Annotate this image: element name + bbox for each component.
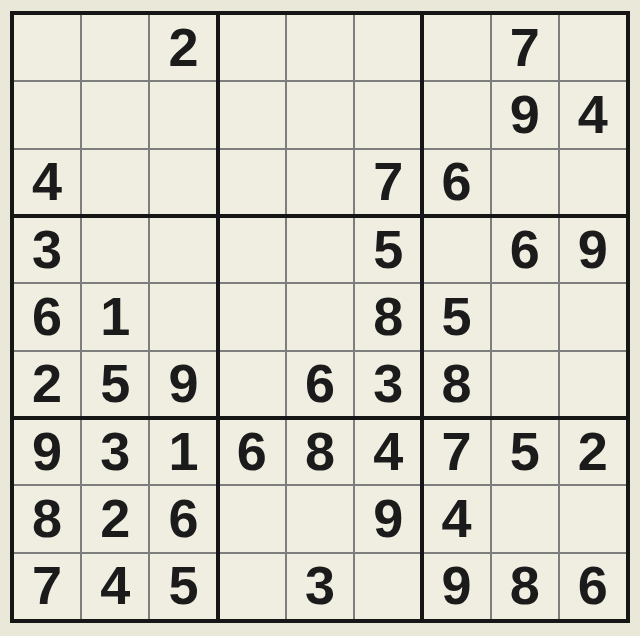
cell-r1c6[interactable] [355, 15, 421, 80]
cell-r8c1[interactable]: 8 [14, 486, 80, 551]
cell-value: 2 [169, 20, 199, 74]
cell-r4c5[interactable] [287, 217, 353, 282]
cell-value: 8 [32, 491, 62, 545]
cell-r9c9[interactable]: 6 [560, 554, 626, 619]
cell-r8c4[interactable] [219, 486, 285, 551]
sudoku-page: 2794476356961852596389316847528269474539… [0, 0, 640, 636]
cell-r5c6[interactable]: 8 [355, 284, 421, 349]
cell-value: 5 [100, 356, 130, 410]
cell-r8c7[interactable]: 4 [423, 486, 489, 551]
cell-r7c9[interactable]: 2 [560, 419, 626, 484]
cell-r5c4[interactable] [219, 284, 285, 349]
cell-r7c7[interactable]: 7 [423, 419, 489, 484]
cell-r4c6[interactable]: 5 [355, 217, 421, 282]
cell-value: 5 [441, 289, 471, 343]
cell-r2c6[interactable] [355, 82, 421, 147]
cell-r5c9[interactable] [560, 284, 626, 349]
cell-value: 8 [441, 356, 471, 410]
cell-r2c1[interactable] [14, 82, 80, 147]
cell-r6c3[interactable]: 9 [150, 352, 216, 417]
sudoku-board: 2794476356961852596389316847528269474539… [10, 11, 630, 623]
cell-value: 3 [305, 558, 335, 612]
cell-r9c5[interactable]: 3 [287, 554, 353, 619]
cell-value: 8 [373, 289, 403, 343]
cell-r2c3[interactable] [150, 82, 216, 147]
cell-r2c5[interactable] [287, 82, 353, 147]
cell-r3c1[interactable]: 4 [14, 150, 80, 215]
cell-r2c2[interactable] [82, 82, 148, 147]
cell-r6c5[interactable]: 6 [287, 352, 353, 417]
cell-value: 6 [305, 356, 335, 410]
cell-r7c8[interactable]: 5 [492, 419, 558, 484]
cell-value: 4 [578, 87, 608, 141]
cell-r7c1[interactable]: 9 [14, 419, 80, 484]
cell-value: 8 [510, 558, 540, 612]
cell-r9c8[interactable]: 8 [492, 554, 558, 619]
cell-value: 9 [510, 87, 540, 141]
cell-r8c9[interactable] [560, 486, 626, 551]
cell-value: 6 [510, 222, 540, 276]
cell-r5c1[interactable]: 6 [14, 284, 80, 349]
cell-r5c7[interactable]: 5 [423, 284, 489, 349]
cell-r3c4[interactable] [219, 150, 285, 215]
cell-value: 1 [169, 424, 199, 478]
cell-r1c9[interactable] [560, 15, 626, 80]
cell-r1c1[interactable] [14, 15, 80, 80]
cell-r9c3[interactable]: 5 [150, 554, 216, 619]
cell-r7c4[interactable]: 6 [219, 419, 285, 484]
sudoku-grid: 2794476356961852596389316847528269474539… [14, 15, 626, 619]
box-divider-vertical-2 [420, 15, 424, 619]
cell-value: 9 [169, 356, 199, 410]
cell-value: 6 [578, 558, 608, 612]
cell-r6c7[interactable]: 8 [423, 352, 489, 417]
cell-r8c5[interactable] [287, 486, 353, 551]
cell-value: 4 [441, 491, 471, 545]
cell-r7c6[interactable]: 4 [355, 419, 421, 484]
cell-r4c3[interactable] [150, 217, 216, 282]
box-divider-vertical-1 [216, 15, 220, 619]
cell-r8c3[interactable]: 6 [150, 486, 216, 551]
cell-value: 5 [510, 424, 540, 478]
cell-value: 3 [32, 222, 62, 276]
cell-r3c3[interactable] [150, 150, 216, 215]
cell-r9c4[interactable] [219, 554, 285, 619]
cell-value: 2 [100, 491, 130, 545]
box-divider-horizontal-2 [14, 416, 626, 420]
cell-r4c4[interactable] [219, 217, 285, 282]
cell-value: 2 [32, 356, 62, 410]
cell-r7c2[interactable]: 3 [82, 419, 148, 484]
cell-r4c2[interactable] [82, 217, 148, 282]
cell-r5c3[interactable] [150, 284, 216, 349]
cell-value: 2 [578, 424, 608, 478]
cell-r6c6[interactable]: 3 [355, 352, 421, 417]
cell-r1c3[interactable]: 2 [150, 15, 216, 80]
cell-value: 7 [510, 20, 540, 74]
cell-r4c7[interactable] [423, 217, 489, 282]
cell-r9c6[interactable] [355, 554, 421, 619]
cell-r2c9[interactable]: 4 [560, 82, 626, 147]
cell-r2c8[interactable]: 9 [492, 82, 558, 147]
cell-value: 6 [32, 289, 62, 343]
cell-value: 7 [32, 558, 62, 612]
cell-r6c9[interactable] [560, 352, 626, 417]
cell-r9c7[interactable]: 9 [423, 554, 489, 619]
cell-r7c5[interactable]: 8 [287, 419, 353, 484]
cell-value: 5 [169, 558, 199, 612]
cell-r3c6[interactable]: 7 [355, 150, 421, 215]
cell-r3c5[interactable] [287, 150, 353, 215]
cell-r7c3[interactable]: 1 [150, 419, 216, 484]
cell-value: 4 [32, 154, 62, 208]
cell-r5c5[interactable] [287, 284, 353, 349]
cell-r5c8[interactable] [492, 284, 558, 349]
cell-value: 3 [100, 424, 130, 478]
cell-r6c1[interactable]: 2 [14, 352, 80, 417]
cell-r8c2[interactable]: 2 [82, 486, 148, 551]
cell-r6c4[interactable] [219, 352, 285, 417]
cell-value: 4 [373, 424, 403, 478]
cell-value: 4 [100, 558, 130, 612]
cell-r9c2[interactable]: 4 [82, 554, 148, 619]
cell-value: 6 [169, 491, 199, 545]
cell-value: 9 [441, 558, 471, 612]
cell-value: 9 [578, 222, 608, 276]
cell-r3c7[interactable]: 6 [423, 150, 489, 215]
cell-r5c2[interactable]: 1 [82, 284, 148, 349]
cell-r1c5[interactable] [287, 15, 353, 80]
cell-r1c8[interactable]: 7 [492, 15, 558, 80]
cell-r3c9[interactable] [560, 150, 626, 215]
cell-r4c8[interactable]: 6 [492, 217, 558, 282]
cell-value: 6 [237, 424, 267, 478]
cell-r1c7[interactable] [423, 15, 489, 80]
cell-value: 7 [373, 154, 403, 208]
cell-value: 9 [373, 491, 403, 545]
cell-r1c2[interactable] [82, 15, 148, 80]
cell-r2c7[interactable] [423, 82, 489, 147]
cell-r6c2[interactable]: 5 [82, 352, 148, 417]
cell-r2c4[interactable] [219, 82, 285, 147]
cell-value: 3 [373, 356, 403, 410]
cell-r8c8[interactable] [492, 486, 558, 551]
cell-r4c9[interactable]: 9 [560, 217, 626, 282]
cell-r3c8[interactable] [492, 150, 558, 215]
cell-value: 9 [32, 424, 62, 478]
box-divider-horizontal-1 [14, 214, 626, 218]
cell-value: 5 [373, 222, 403, 276]
cell-value: 8 [305, 424, 335, 478]
cell-value: 7 [441, 424, 471, 478]
cell-r1c4[interactable] [219, 15, 285, 80]
cell-value: 1 [100, 289, 130, 343]
cell-r8c6[interactable]: 9 [355, 486, 421, 551]
cell-value: 6 [441, 154, 471, 208]
cell-r9c1[interactable]: 7 [14, 554, 80, 619]
cell-r6c8[interactable] [492, 352, 558, 417]
cell-r4c1[interactable]: 3 [14, 217, 80, 282]
cell-r3c2[interactable] [82, 150, 148, 215]
